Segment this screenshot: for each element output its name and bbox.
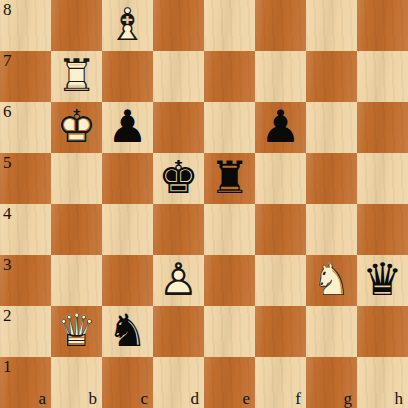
- square-e4[interactable]: [204, 204, 255, 255]
- black-pawn-icon: ♟: [255, 102, 306, 153]
- rank-label-6: 6: [3, 103, 12, 120]
- square-h1[interactable]: h: [357, 357, 408, 408]
- file-label-h: h: [395, 390, 404, 407]
- square-h2[interactable]: [357, 306, 408, 357]
- square-c3[interactable]: [102, 255, 153, 306]
- square-g3[interactable]: ♞♘: [306, 255, 357, 306]
- square-h4[interactable]: [357, 204, 408, 255]
- square-g2[interactable]: [306, 306, 357, 357]
- square-h8[interactable]: [357, 0, 408, 51]
- square-g8[interactable]: [306, 0, 357, 51]
- square-e8[interactable]: [204, 0, 255, 51]
- square-d8[interactable]: [153, 0, 204, 51]
- white-queen-icon: ♕: [51, 306, 102, 357]
- square-e2[interactable]: [204, 306, 255, 357]
- file-label-g: g: [344, 390, 353, 407]
- white-queen-b2[interactable]: ♛♕: [51, 306, 102, 357]
- white-rook-b7[interactable]: ♜♖: [51, 51, 102, 102]
- square-a4[interactable]: 4: [0, 204, 51, 255]
- rank-label-7: 7: [3, 52, 12, 69]
- white-knight-icon: ♘: [306, 255, 357, 306]
- square-d7[interactable]: [153, 51, 204, 102]
- square-d6[interactable]: [153, 102, 204, 153]
- square-f3[interactable]: [255, 255, 306, 306]
- black-queen-h3[interactable]: ♛: [357, 255, 408, 306]
- black-king-d5[interactable]: ♚: [153, 153, 204, 204]
- square-a7[interactable]: 7: [0, 51, 51, 102]
- white-knight-g3[interactable]: ♞♘: [306, 255, 357, 306]
- square-d5[interactable]: ♚: [153, 153, 204, 204]
- square-c6[interactable]: ♟: [102, 102, 153, 153]
- file-label-c: c: [140, 390, 148, 407]
- white-pawn-d3[interactable]: ♟♙: [153, 255, 204, 306]
- square-a2[interactable]: 2: [0, 306, 51, 357]
- chess-diagram: 8♝♗7♜♖6♚♔♟♟5♚♜43♟♙♞♘♛2♛♕♞1abcdefgh: [0, 0, 408, 408]
- square-g7[interactable]: [306, 51, 357, 102]
- square-g1[interactable]: g: [306, 357, 357, 408]
- square-h6[interactable]: [357, 102, 408, 153]
- square-c2[interactable]: ♞: [102, 306, 153, 357]
- square-d4[interactable]: [153, 204, 204, 255]
- square-b2[interactable]: ♛♕: [51, 306, 102, 357]
- black-pawn-icon: ♟: [102, 102, 153, 153]
- file-label-a: a: [38, 390, 46, 407]
- square-e5[interactable]: ♜: [204, 153, 255, 204]
- rank-label-1: 1: [3, 358, 12, 375]
- square-h7[interactable]: [357, 51, 408, 102]
- file-label-d: d: [191, 390, 200, 407]
- square-g5[interactable]: [306, 153, 357, 204]
- square-f6[interactable]: ♟: [255, 102, 306, 153]
- square-b3[interactable]: [51, 255, 102, 306]
- square-b5[interactable]: [51, 153, 102, 204]
- square-a1[interactable]: 1a: [0, 357, 51, 408]
- white-rook-icon: ♖: [51, 51, 102, 102]
- square-f2[interactable]: [255, 306, 306, 357]
- square-f7[interactable]: [255, 51, 306, 102]
- square-a5[interactable]: 5: [0, 153, 51, 204]
- square-f4[interactable]: [255, 204, 306, 255]
- black-pawn-c6[interactable]: ♟: [102, 102, 153, 153]
- square-b7[interactable]: ♜♖: [51, 51, 102, 102]
- square-d1[interactable]: d: [153, 357, 204, 408]
- square-c8[interactable]: ♝♗: [102, 0, 153, 51]
- black-rook-e5[interactable]: ♜: [204, 153, 255, 204]
- square-b1[interactable]: b: [51, 357, 102, 408]
- square-f1[interactable]: f: [255, 357, 306, 408]
- square-e6[interactable]: [204, 102, 255, 153]
- black-pawn-f6[interactable]: ♟: [255, 102, 306, 153]
- black-rook-icon: ♜: [204, 153, 255, 204]
- square-f5[interactable]: [255, 153, 306, 204]
- rank-label-5: 5: [3, 154, 12, 171]
- black-queen-icon: ♛: [357, 255, 408, 306]
- chess-board: 8♝♗7♜♖6♚♔♟♟5♚♜43♟♙♞♘♛2♛♕♞1abcdefgh: [0, 0, 408, 408]
- rank-label-3: 3: [3, 256, 12, 273]
- square-c4[interactable]: [102, 204, 153, 255]
- square-e3[interactable]: [204, 255, 255, 306]
- black-king-icon: ♚: [153, 153, 204, 204]
- white-bishop-c8[interactable]: ♝♗: [102, 0, 153, 51]
- rank-label-4: 4: [3, 205, 12, 222]
- white-pawn-icon: ♙: [153, 255, 204, 306]
- square-e7[interactable]: [204, 51, 255, 102]
- square-d2[interactable]: [153, 306, 204, 357]
- file-label-f: f: [295, 390, 301, 407]
- file-label-e: e: [242, 390, 250, 407]
- square-a3[interactable]: 3: [0, 255, 51, 306]
- square-g4[interactable]: [306, 204, 357, 255]
- square-f8[interactable]: [255, 0, 306, 51]
- white-bishop-icon: ♗: [102, 0, 153, 51]
- square-c1[interactable]: c: [102, 357, 153, 408]
- square-h3[interactable]: ♛: [357, 255, 408, 306]
- square-d3[interactable]: ♟♙: [153, 255, 204, 306]
- square-b4[interactable]: [51, 204, 102, 255]
- square-c5[interactable]: [102, 153, 153, 204]
- square-g6[interactable]: [306, 102, 357, 153]
- square-a8[interactable]: 8: [0, 0, 51, 51]
- file-label-b: b: [89, 390, 98, 407]
- square-b8[interactable]: [51, 0, 102, 51]
- rank-label-2: 2: [3, 307, 12, 324]
- square-e1[interactable]: e: [204, 357, 255, 408]
- white-king-b6[interactable]: ♚♔: [51, 102, 102, 153]
- square-h5[interactable]: [357, 153, 408, 204]
- rank-label-8: 8: [3, 1, 12, 18]
- square-c7[interactable]: [102, 51, 153, 102]
- square-b6[interactable]: ♚♔: [51, 102, 102, 153]
- square-a6[interactable]: 6: [0, 102, 51, 153]
- black-knight-icon: ♞: [102, 306, 153, 357]
- white-king-icon: ♔: [51, 102, 102, 153]
- black-knight-c2[interactable]: ♞: [102, 306, 153, 357]
